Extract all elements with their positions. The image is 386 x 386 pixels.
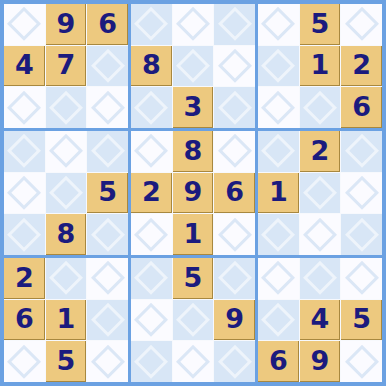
cell-r5c9[interactable] — [341, 173, 382, 214]
diamond-icon — [90, 344, 124, 378]
cell-r8c4[interactable] — [131, 300, 172, 341]
diamond-icon — [261, 7, 295, 41]
cell-r9c6[interactable] — [214, 341, 255, 382]
diamond-icon — [90, 49, 124, 83]
cell-r2c7[interactable] — [258, 46, 299, 87]
cell-r3c8[interactable] — [300, 87, 341, 128]
cell-r6c5: 1 — [173, 214, 214, 255]
cell-r2c3[interactable] — [87, 46, 128, 87]
given-digit: 5 — [352, 305, 371, 334]
cell-r1c5[interactable] — [173, 4, 214, 45]
cell-r3c4[interactable] — [131, 87, 172, 128]
given-digit: 8 — [142, 51, 161, 80]
cell-r7c6[interactable] — [214, 258, 255, 299]
box-6: 21 — [258, 131, 382, 255]
diamond-icon — [303, 90, 337, 124]
cell-r7c7[interactable] — [258, 258, 299, 299]
diamond-icon — [90, 134, 124, 168]
diamond-icon — [7, 7, 41, 41]
given-digit: 6 — [269, 347, 288, 376]
given-digit: 8 — [184, 137, 203, 166]
cell-r7c4[interactable] — [131, 258, 172, 299]
cell-r6c2: 8 — [46, 214, 87, 255]
diamond-icon — [303, 176, 337, 210]
cell-r8c7[interactable] — [258, 300, 299, 341]
diamond-icon — [90, 90, 124, 124]
diamond-icon — [90, 261, 124, 295]
diamond-icon — [261, 303, 295, 337]
diamond-icon — [217, 134, 251, 168]
given-digit: 1 — [184, 220, 203, 249]
diamond-icon — [7, 90, 41, 124]
given-digit: 6 — [98, 10, 117, 39]
cell-r5c8[interactable] — [300, 173, 341, 214]
box-7: 2615 — [4, 258, 128, 382]
diamond-icon — [134, 217, 168, 251]
given-digit: 1 — [311, 51, 330, 80]
box-5: 82961 — [131, 131, 255, 255]
cell-r8c6: 9 — [214, 300, 255, 341]
diamond-icon — [303, 217, 337, 251]
cell-r6c3[interactable] — [87, 214, 128, 255]
diamond-icon — [344, 217, 378, 251]
cell-r4c2[interactable] — [46, 131, 87, 172]
cell-r9c9[interactable] — [341, 341, 382, 382]
diamond-icon — [134, 261, 168, 295]
given-digit: 4 — [15, 51, 34, 80]
cell-r5c1[interactable] — [4, 173, 45, 214]
given-digit: 5 — [98, 178, 117, 207]
cell-r4c4[interactable] — [131, 131, 172, 172]
given-digit: 5 — [184, 264, 203, 293]
cell-r5c5: 9 — [173, 173, 214, 214]
cell-r3c7[interactable] — [258, 87, 299, 128]
diamond-icon — [217, 90, 251, 124]
given-digit: 6 — [225, 178, 244, 207]
diamond-icon — [176, 49, 210, 83]
cell-r9c2: 5 — [46, 341, 87, 382]
given-digit: 9 — [225, 305, 244, 334]
box-4: 58 — [4, 131, 128, 255]
diamond-icon — [217, 217, 251, 251]
cell-r9c5[interactable] — [173, 341, 214, 382]
cell-r7c9[interactable] — [341, 258, 382, 299]
diamond-icon — [261, 90, 295, 124]
cell-r9c4[interactable] — [131, 341, 172, 382]
cell-r8c8: 4 — [300, 300, 341, 341]
diamond-icon — [176, 303, 210, 337]
cell-r7c5: 5 — [173, 258, 214, 299]
diamond-icon — [90, 303, 124, 337]
diamond-icon — [217, 261, 251, 295]
cell-r8c1: 6 — [4, 300, 45, 341]
diamond-icon — [7, 176, 41, 210]
diamond-icon — [217, 49, 251, 83]
cell-r2c2: 7 — [46, 46, 87, 87]
cell-r5c2[interactable] — [46, 173, 87, 214]
box-9: 4569 — [258, 258, 382, 382]
cell-r4c5: 8 — [173, 131, 214, 172]
given-digit: 9 — [57, 10, 76, 39]
diamond-icon — [49, 90, 83, 124]
sudoku-board: 96478351265882961212615594569 — [0, 0, 386, 386]
diamond-icon — [7, 134, 41, 168]
cell-r4c8: 2 — [300, 131, 341, 172]
diamond-icon — [134, 344, 168, 378]
given-digit: 8 — [57, 220, 76, 249]
given-digit: 2 — [311, 137, 330, 166]
diamond-icon — [49, 176, 83, 210]
diamond-icon — [7, 344, 41, 378]
cell-r3c9: 6 — [341, 87, 382, 128]
given-digit: 9 — [311, 347, 330, 376]
diamond-icon — [344, 261, 378, 295]
box-8: 59 — [131, 258, 255, 382]
diamond-icon — [90, 217, 124, 251]
cell-r4c9[interactable] — [341, 131, 382, 172]
cell-r9c8: 9 — [300, 341, 341, 382]
diamond-icon — [261, 134, 295, 168]
cell-r3c6[interactable] — [214, 87, 255, 128]
box-1: 9647 — [4, 4, 128, 128]
cell-r3c3[interactable] — [87, 87, 128, 128]
cell-r9c3[interactable] — [87, 341, 128, 382]
cell-r1c6[interactable] — [214, 4, 255, 45]
cell-r6c1[interactable] — [4, 214, 45, 255]
cell-r6c7[interactable] — [258, 214, 299, 255]
cell-r3c2[interactable] — [46, 87, 87, 128]
sudoku-grid: 96478351265882961212615594569 — [4, 4, 382, 382]
diamond-icon — [344, 134, 378, 168]
cell-r1c7[interactable] — [258, 4, 299, 45]
cell-r1c2: 9 — [46, 4, 87, 45]
given-digit: 5 — [311, 10, 330, 39]
diamond-icon — [261, 261, 295, 295]
diamond-icon — [176, 344, 210, 378]
cell-r5c7: 1 — [258, 173, 299, 214]
diamond-icon — [134, 303, 168, 337]
given-digit: 5 — [57, 347, 76, 376]
diamond-icon — [134, 7, 168, 41]
cell-r8c2: 1 — [46, 300, 87, 341]
diamond-icon — [49, 134, 83, 168]
cell-r7c8[interactable] — [300, 258, 341, 299]
diamond-icon — [134, 134, 168, 168]
cell-r9c7: 6 — [258, 341, 299, 382]
diamond-icon — [344, 344, 378, 378]
cell-r1c1[interactable] — [4, 4, 45, 45]
cell-r2c5[interactable] — [173, 46, 214, 87]
cell-r6c9[interactable] — [341, 214, 382, 255]
box-3: 5126 — [258, 4, 382, 128]
given-digit: 6 — [15, 305, 34, 334]
diamond-icon — [344, 7, 378, 41]
given-digit: 9 — [184, 178, 203, 207]
cell-r4c6[interactable] — [214, 131, 255, 172]
cell-r1c8: 5 — [300, 4, 341, 45]
cell-r1c4[interactable] — [131, 4, 172, 45]
cell-r4c7[interactable] — [258, 131, 299, 172]
cell-r5c4: 2 — [131, 173, 172, 214]
cell-r4c3[interactable] — [87, 131, 128, 172]
cell-r1c9[interactable] — [341, 4, 382, 45]
cell-r5c3: 5 — [87, 173, 128, 214]
diamond-icon — [49, 261, 83, 295]
diamond-icon — [344, 176, 378, 210]
box-2: 83 — [131, 4, 255, 128]
cell-r2c9: 2 — [341, 46, 382, 87]
diamond-icon — [176, 7, 210, 41]
cell-r8c5[interactable] — [173, 300, 214, 341]
cell-r2c4: 8 — [131, 46, 172, 87]
cell-r2c1: 4 — [4, 46, 45, 87]
cell-r5c6: 6 — [214, 173, 255, 214]
cell-r6c6[interactable] — [214, 214, 255, 255]
cell-r7c2[interactable] — [46, 258, 87, 299]
cell-r2c6[interactable] — [214, 46, 255, 87]
given-digit: 2 — [142, 178, 161, 207]
diamond-icon — [261, 217, 295, 251]
cell-r6c8[interactable] — [300, 214, 341, 255]
given-digit: 1 — [269, 178, 288, 207]
given-digit: 1 — [57, 305, 76, 334]
given-digit: 3 — [184, 93, 203, 122]
diamond-icon — [134, 90, 168, 124]
diamond-icon — [217, 344, 251, 378]
cell-r1c3: 6 — [87, 4, 128, 45]
cell-r6c4[interactable] — [131, 214, 172, 255]
cell-r7c1: 2 — [4, 258, 45, 299]
given-digit: 2 — [352, 51, 371, 80]
cell-r4c1[interactable] — [4, 131, 45, 172]
given-digit: 2 — [15, 264, 34, 293]
cell-r7c3[interactable] — [87, 258, 128, 299]
cell-r9c1[interactable] — [4, 341, 45, 382]
diamond-icon — [7, 217, 41, 251]
given-digit: 4 — [311, 305, 330, 334]
diamond-icon — [217, 7, 251, 41]
cell-r3c5: 3 — [173, 87, 214, 128]
diamond-icon — [303, 261, 337, 295]
cell-r3c1[interactable] — [4, 87, 45, 128]
cell-r8c9: 5 — [341, 300, 382, 341]
cell-r2c8: 1 — [300, 46, 341, 87]
diamond-icon — [261, 49, 295, 83]
cell-r8c3[interactable] — [87, 300, 128, 341]
given-digit: 7 — [57, 51, 76, 80]
given-digit: 6 — [352, 93, 371, 122]
